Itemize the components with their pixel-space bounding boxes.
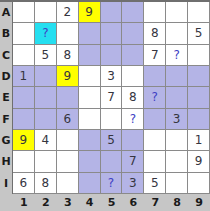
row-label-H: H (0, 151, 13, 172)
cell-D2[interactable] (35, 66, 57, 87)
cell-H5[interactable] (101, 151, 123, 172)
cell-E6[interactable]: 8 (122, 87, 144, 108)
cell-E8[interactable] (166, 87, 188, 108)
cell-C5[interactable] (101, 45, 123, 66)
cell-G6[interactable] (122, 130, 144, 151)
col-label-5: 5 (101, 194, 123, 211)
col-label-7: 7 (144, 194, 166, 211)
cell-A9[interactable] (188, 2, 210, 23)
cell-A8[interactable] (166, 2, 188, 23)
cell-B1[interactable] (13, 23, 35, 44)
cell-D9[interactable] (188, 66, 210, 87)
row-label-D: D (0, 66, 13, 87)
cell-D6[interactable] (122, 66, 144, 87)
cell-B4[interactable] (79, 23, 101, 44)
col-label-6: 6 (122, 194, 144, 211)
cell-G9[interactable]: 1 (188, 130, 210, 151)
cell-D7[interactable] (144, 66, 166, 87)
cell-A6[interactable] (122, 2, 144, 23)
cell-H3[interactable] (57, 151, 79, 172)
row-label-B: B (0, 23, 13, 44)
sudoku-board: A29B?85C587?D193E78?F6?3G9451H79I68?3512… (0, 0, 210, 211)
cell-F3[interactable]: 6 (57, 109, 79, 130)
cell-I4[interactable] (79, 173, 101, 194)
row-label-E: E (0, 87, 13, 108)
cell-I7[interactable]: 5 (144, 173, 166, 194)
cell-C1[interactable] (13, 45, 35, 66)
cell-B6[interactable] (122, 23, 144, 44)
cell-C3[interactable]: 8 (57, 45, 79, 66)
cell-F7[interactable] (144, 109, 166, 130)
cell-F8[interactable]: 3 (166, 109, 188, 130)
cell-I8[interactable] (166, 173, 188, 194)
cell-F1[interactable] (13, 109, 35, 130)
cell-G2[interactable]: 4 (35, 130, 57, 151)
cell-I9[interactable] (188, 173, 210, 194)
cell-A1[interactable] (13, 2, 35, 23)
cell-G3[interactable] (57, 130, 79, 151)
cell-D8[interactable] (166, 66, 188, 87)
cell-D4[interactable] (79, 66, 101, 87)
cell-G7[interactable] (144, 130, 166, 151)
cell-A2[interactable] (35, 2, 57, 23)
cell-E4[interactable] (79, 87, 101, 108)
cell-F4[interactable] (79, 109, 101, 130)
cell-G1[interactable]: 9 (13, 130, 35, 151)
cell-H7[interactable] (144, 151, 166, 172)
cell-D3[interactable]: 9 (57, 66, 79, 87)
col-label-4: 4 (79, 194, 101, 211)
cell-B9[interactable]: 5 (188, 23, 210, 44)
cell-G8[interactable] (166, 130, 188, 151)
cell-H4[interactable] (79, 151, 101, 172)
cell-C6[interactable] (122, 45, 144, 66)
col-label-8: 8 (166, 194, 188, 211)
cell-E7[interactable]: ? (144, 87, 166, 108)
cell-C9[interactable] (188, 45, 210, 66)
cell-C7[interactable]: 7 (144, 45, 166, 66)
col-label-2: 2 (35, 194, 57, 211)
cell-A4[interactable]: 9 (79, 2, 101, 23)
cell-C2[interactable]: 5 (35, 45, 57, 66)
col-label-1: 1 (13, 194, 35, 211)
cell-C4[interactable] (79, 45, 101, 66)
col-label-3: 3 (57, 194, 79, 211)
cell-I5[interactable]: ? (101, 173, 123, 194)
cell-D1[interactable]: 1 (13, 66, 35, 87)
cell-H2[interactable] (35, 151, 57, 172)
cell-B8[interactable] (166, 23, 188, 44)
row-label-F: F (0, 109, 13, 130)
cell-E2[interactable] (35, 87, 57, 108)
cell-I6[interactable]: 3 (122, 173, 144, 194)
cell-F5[interactable] (101, 109, 123, 130)
row-label-I: I (0, 173, 13, 194)
cell-D5[interactable]: 3 (101, 66, 123, 87)
cell-F6[interactable]: ? (122, 109, 144, 130)
cell-I2[interactable]: 8 (35, 173, 57, 194)
col-label-9: 9 (188, 194, 210, 211)
cell-H1[interactable] (13, 151, 35, 172)
row-label-A: A (0, 2, 13, 23)
cell-E5[interactable]: 7 (101, 87, 123, 108)
row-label-C: C (0, 45, 13, 66)
bottom-left-corner (0, 194, 13, 211)
cell-H9[interactable]: 9 (188, 151, 210, 172)
cell-B3[interactable] (57, 23, 79, 44)
cell-E1[interactable] (13, 87, 35, 108)
cell-G4[interactable] (79, 130, 101, 151)
cell-A7[interactable] (144, 2, 166, 23)
row-label-G: G (0, 130, 13, 151)
cell-I1[interactable]: 6 (13, 173, 35, 194)
cell-B7[interactable]: 8 (144, 23, 166, 44)
cell-H6[interactable]: 7 (122, 151, 144, 172)
cell-F9[interactable] (188, 109, 210, 130)
cell-C8[interactable]: ? (166, 45, 188, 66)
cell-E9[interactable] (188, 87, 210, 108)
cell-G5[interactable]: 5 (101, 130, 123, 151)
cell-A5[interactable] (101, 2, 123, 23)
cell-H8[interactable] (166, 151, 188, 172)
cell-I3[interactable] (57, 173, 79, 194)
cell-F2[interactable] (35, 109, 57, 130)
cell-B2[interactable]: ? (35, 23, 57, 44)
cell-A3[interactable]: 2 (57, 2, 79, 23)
cell-B5[interactable] (101, 23, 123, 44)
cell-E3[interactable] (57, 87, 79, 108)
